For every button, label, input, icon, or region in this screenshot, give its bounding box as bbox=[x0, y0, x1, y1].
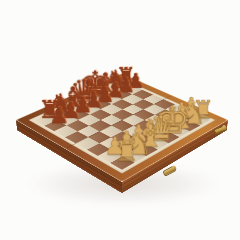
square-d5[interactable] bbox=[100, 115, 122, 126]
dark-pawn[interactable]: ♟ bbox=[49, 105, 69, 127]
board-border-strip: ♜♞♝♛♚♝♞♜♟♟♟♟♟♟♟♟♟♟♟♟♟♟♟♟♜♞♝♛♚♝♞♜ bbox=[29, 79, 216, 174]
photo-background: ♜♞♝♛♚♝♞♜♟♟♟♟♟♟♟♟♟♟♟♟♟♟♟♟♜♞♝♛♚♝♞♜ bbox=[0, 0, 240, 240]
light-rook[interactable]: ♜ bbox=[114, 137, 139, 165]
square-a1[interactable]: ♜ bbox=[110, 156, 134, 170]
